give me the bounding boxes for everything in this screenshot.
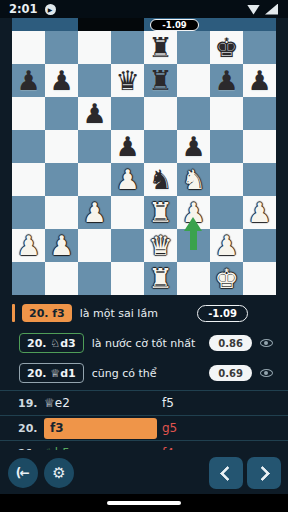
square-c6[interactable]: ♟ <box>78 97 111 130</box>
square-g8[interactable]: ♚ <box>210 31 243 64</box>
analysis-comment: là một sai lầm <box>80 307 158 320</box>
white-pawn[interactable]: ♟ <box>210 229 243 262</box>
settings-button[interactable]: ⚙ <box>44 458 74 488</box>
black-pawn[interactable]: ♟ <box>243 64 276 97</box>
gesture-nav-strip <box>0 494 288 512</box>
white-king[interactable]: ♚ <box>210 262 243 295</box>
square-c7[interactable] <box>78 64 111 97</box>
analysis-row-alternative: 20. ♕d1 cũng có thể 0.69 <box>0 358 288 388</box>
square-a6[interactable] <box>12 97 45 130</box>
square-a3[interactable] <box>12 196 45 229</box>
next-move-button[interactable] <box>247 457 281 489</box>
white-pawn[interactable]: ♟ <box>111 163 144 196</box>
last-move-arrow-stem <box>190 230 197 250</box>
move-row-20: 20. f3 g5 <box>0 416 288 441</box>
black-pawn[interactable]: ♟ <box>78 97 111 130</box>
white-rook[interactable]: ♜ <box>144 196 177 229</box>
square-g4[interactable] <box>210 163 243 196</box>
square-c2[interactable] <box>78 229 111 262</box>
square-c1[interactable] <box>78 262 111 295</box>
white-pawn[interactable]: ♟ <box>12 229 45 262</box>
analysis-comment: cũng có thể <box>92 367 157 380</box>
move-number: 19. <box>18 397 44 410</box>
last-move-arrow-head <box>184 217 202 231</box>
eval-badge: -1.09 <box>150 19 199 31</box>
square-g5[interactable] <box>210 130 243 163</box>
eval-value-badge: 0.86 <box>209 335 252 351</box>
alt-move-pill[interactable]: 20. ♕d1 <box>19 363 84 383</box>
square-e8[interactable]: ♜ <box>144 31 177 64</box>
square-d1[interactable] <box>111 262 144 295</box>
analysis-row-mistake: 20. f3 là một sai lầm -1.09 <box>0 298 288 328</box>
preview-eye-icon[interactable] <box>259 365 275 381</box>
black-pawn[interactable]: ♟ <box>210 64 243 97</box>
square-b1[interactable] <box>45 262 78 295</box>
white-queen[interactable]: ♛ <box>144 229 177 262</box>
square-e5[interactable] <box>144 130 177 163</box>
black-queen[interactable]: ♛ <box>111 64 144 97</box>
square-e7[interactable]: ♜ <box>144 64 177 97</box>
white-rook[interactable]: ♜ <box>144 262 177 295</box>
bottom-toolbar: (← ⚙ <box>0 450 288 494</box>
square-f7[interactable] <box>177 64 210 97</box>
square-h8[interactable] <box>243 31 276 64</box>
selected-move-highlight[interactable]: f3 <box>44 418 157 439</box>
square-e3[interactable]: ♜ <box>144 196 177 229</box>
black-rook[interactable]: ♜ <box>144 64 177 97</box>
black-rook[interactable]: ♜ <box>144 31 177 64</box>
best-move-pill[interactable]: 20. ♘d3 <box>19 333 84 353</box>
gear-icon: ⚙ <box>52 466 65 481</box>
chess-analysis-app: 2:01 ▶ -1.09 ♜♚♟♟♛♜♟♟♟♟♟♟♞♞♟♜♟♟♟♟♛♟♜♚ 20… <box>0 0 288 512</box>
analysis-panel: 20. f3 là một sai lầm -1.09 20. ♘d3 là n… <box>0 298 288 388</box>
chevron-right-icon <box>255 465 271 481</box>
square-a7[interactable]: ♟ <box>12 64 45 97</box>
black-pawn[interactable]: ♟ <box>45 64 78 97</box>
square-d7[interactable]: ♛ <box>111 64 144 97</box>
square-h3[interactable]: ♟ <box>243 196 276 229</box>
square-f1[interactable] <box>177 262 210 295</box>
black-move[interactable]: f5 <box>162 396 288 410</box>
status-icons <box>247 4 278 15</box>
square-c8[interactable] <box>78 31 111 64</box>
square-b5[interactable] <box>45 130 78 163</box>
exit-icon: (← <box>16 466 29 480</box>
square-b7[interactable]: ♟ <box>45 64 78 97</box>
square-b4[interactable] <box>45 163 78 196</box>
white-move[interactable]: ♕e2 <box>44 396 162 410</box>
square-d6[interactable] <box>111 97 144 130</box>
square-g6[interactable] <box>210 97 243 130</box>
previous-move-button[interactable] <box>209 457 243 489</box>
square-d4[interactable]: ♟ <box>111 163 144 196</box>
chess-board[interactable]: ♜♚♟♟♛♜♟♟♟♟♟♟♞♞♟♜♟♟♟♟♛♟♜♚ <box>12 31 276 295</box>
played-move-pill[interactable]: 20. f3 <box>22 304 72 322</box>
square-a1[interactable] <box>12 262 45 295</box>
black-king[interactable]: ♚ <box>210 31 243 64</box>
clock-time: 2:01 <box>9 2 38 16</box>
white-knight[interactable]: ♞ <box>177 163 210 196</box>
square-b3[interactable] <box>45 196 78 229</box>
square-a4[interactable] <box>12 163 45 196</box>
status-bar: 2:01 ▶ <box>0 0 288 18</box>
square-e2[interactable]: ♛ <box>144 229 177 262</box>
square-b2[interactable]: ♟ <box>45 229 78 262</box>
square-c5[interactable] <box>78 130 111 163</box>
square-e6[interactable] <box>144 97 177 130</box>
black-pawn[interactable]: ♟ <box>111 130 144 163</box>
square-h2[interactable] <box>243 229 276 262</box>
black-move[interactable]: g5 <box>162 421 288 435</box>
exit-analysis-button[interactable]: (← <box>8 458 38 488</box>
white-move-selected[interactable]: f3 <box>44 418 162 439</box>
analysis-row-best: 20. ♘d3 là nước cờ tốt nhất 0.86 <box>0 328 288 358</box>
square-e4[interactable]: ♞ <box>144 163 177 196</box>
square-f4[interactable]: ♞ <box>177 163 210 196</box>
square-d8[interactable] <box>111 31 144 64</box>
eval-thumb[interactable]: -1.09 <box>78 18 144 31</box>
white-pawn[interactable]: ♟ <box>45 229 78 262</box>
square-b6[interactable] <box>45 97 78 130</box>
square-a2[interactable]: ♟ <box>12 229 45 262</box>
square-g3[interactable] <box>210 196 243 229</box>
square-h5[interactable] <box>243 130 276 163</box>
black-pawn[interactable]: ♟ <box>177 130 210 163</box>
preview-eye-icon[interactable] <box>259 335 275 351</box>
square-e1[interactable]: ♜ <box>144 262 177 295</box>
square-g2[interactable]: ♟ <box>210 229 243 262</box>
signal-icon <box>265 4 278 15</box>
square-f8[interactable] <box>177 31 210 64</box>
square-g1[interactable]: ♚ <box>210 262 243 295</box>
black-pawn[interactable]: ♟ <box>12 64 45 97</box>
square-h1[interactable] <box>243 262 276 295</box>
square-h6[interactable] <box>243 97 276 130</box>
move-row-19: 19. ♕e2 f5 <box>0 391 288 416</box>
eval-slider-bar[interactable]: -1.09 <box>12 18 276 31</box>
square-d2[interactable] <box>111 229 144 262</box>
home-indicator[interactable] <box>107 501 181 505</box>
square-d5[interactable]: ♟ <box>111 130 144 163</box>
black-knight[interactable]: ♞ <box>144 163 177 196</box>
square-d3[interactable] <box>111 196 144 229</box>
square-f5[interactable]: ♟ <box>177 130 210 163</box>
eval-value-badge: 0.69 <box>209 365 252 381</box>
square-h4[interactable] <box>243 163 276 196</box>
square-a8[interactable] <box>12 31 45 64</box>
square-a5[interactable] <box>12 130 45 163</box>
accent-bar <box>12 304 15 322</box>
move-number: 20. <box>18 422 44 435</box>
white-pawn[interactable]: ♟ <box>243 196 276 229</box>
eval-value-badge: -1.09 <box>197 305 248 322</box>
square-g7[interactable]: ♟ <box>210 64 243 97</box>
square-c3[interactable]: ♟ <box>78 196 111 229</box>
chevron-left-icon <box>220 465 236 481</box>
screen-record-icon: ▶ <box>45 4 56 15</box>
white-pawn[interactable]: ♟ <box>78 196 111 229</box>
analysis-comment: là nước cờ tốt nhất <box>92 337 196 350</box>
wifi-icon <box>247 5 260 15</box>
square-f6[interactable] <box>177 97 210 130</box>
square-b8[interactable] <box>45 31 78 64</box>
square-h7[interactable]: ♟ <box>243 64 276 97</box>
square-c4[interactable] <box>78 163 111 196</box>
